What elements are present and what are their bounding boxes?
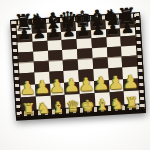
piece-black-pawn[interactable]: ♟	[91, 23, 105, 39]
piece-white-knight[interactable]: ♞	[110, 96, 124, 112]
square-b2[interactable]: ♟	[35, 84, 50, 97]
piece-black-pawn[interactable]: ♟	[76, 24, 90, 40]
piece-black-pawn[interactable]: ♟	[17, 27, 31, 43]
piece-black-pawn[interactable]: ♟	[106, 22, 120, 38]
square-f1[interactable]: ♝	[94, 93, 109, 106]
piece-white-pawn[interactable]: ♟	[122, 73, 139, 92]
board-squares: ♜♞♝♛♚♝♞♜♟♟♟♟♟♟♟♟♟♟♟♟♟♟♟♟♜♞♝♛♚♝♞♜	[17, 19, 140, 111]
square-h2[interactable]: ♟	[123, 79, 138, 92]
square-c2[interactable]: ♟	[50, 83, 65, 96]
piece-white-queen[interactable]: ♛	[66, 99, 80, 115]
square-c1[interactable]: ♝	[50, 95, 65, 108]
piece-black-pawn[interactable]: ♟	[120, 21, 134, 37]
piece-white-rook[interactable]: ♜	[125, 95, 139, 111]
piece-white-king[interactable]: ♚	[81, 98, 95, 114]
piece-black-pawn[interactable]: ♟	[32, 26, 46, 42]
square-a2[interactable]: ♟	[20, 85, 35, 98]
square-a1[interactable]: ♜	[21, 97, 36, 110]
square-d1[interactable]: ♛	[65, 94, 80, 107]
square-g1[interactable]: ♞	[109, 92, 124, 105]
square-b1[interactable]: ♞	[36, 96, 51, 109]
chess-set-photo: ♜♞♝♛♚♝♞♜♟♟♟♟♟♟♟♟♟♟♟♟♟♟♟♟♜♞♝♛♚♝♞♜	[0, 0, 150, 150]
chess-board: ♜♞♝♛♚♝♞♜♟♟♟♟♟♟♟♟♟♟♟♟♟♟♟♟♜♞♝♛♚♝♞♜	[10, 12, 146, 118]
square-h1[interactable]: ♜	[124, 91, 139, 104]
piece-black-pawn[interactable]: ♟	[47, 25, 61, 41]
square-e1[interactable]: ♚	[80, 93, 95, 106]
square-g2[interactable]: ♟	[108, 79, 123, 92]
piece-black-pawn[interactable]: ♟	[62, 25, 76, 41]
piece-white-bishop[interactable]: ♝	[51, 100, 65, 116]
piece-white-rook[interactable]: ♜	[22, 102, 36, 118]
piece-white-knight[interactable]: ♞	[36, 101, 50, 117]
square-e2[interactable]: ♟	[79, 81, 94, 94]
piece-white-bishop[interactable]: ♝	[95, 97, 109, 113]
square-d2[interactable]: ♟	[64, 82, 79, 95]
square-f2[interactable]: ♟	[94, 80, 109, 93]
